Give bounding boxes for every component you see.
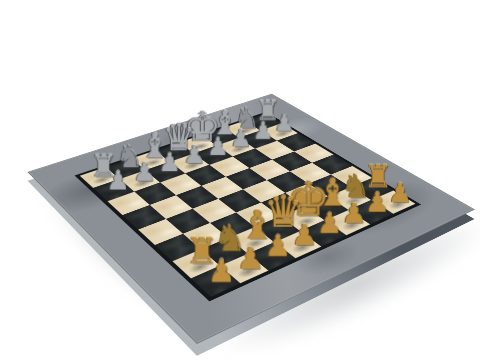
white-pawn: ♟ xyxy=(186,255,257,286)
black-pawn: ♟ xyxy=(88,168,149,194)
chess-board: ♜♞♝♛♚♝♞♜♟♟♟♟♟♟♟♟♜♞♝♛♚♝♞♜♟♟♟♟♟♟♟♟ xyxy=(27,94,475,344)
product-photo-scene: ♜♞♝♛♚♝♞♜♟♟♟♟♟♟♟♟♜♞♝♛♚♝♞♜♟♟♟♟♟♟♟♟ xyxy=(0,0,480,360)
